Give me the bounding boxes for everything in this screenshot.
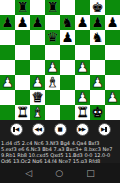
skip-to-end-button[interactable]: ▶ [98, 123, 111, 136]
black-pawn: ♟ [106, 15, 118, 30]
white-bishop: ♝ [31, 105, 43, 120]
square-a6[interactable] [0, 30, 15, 45]
square-g6[interactable]: ♞ [90, 30, 105, 45]
skip-to-end-icon: ▶ [101, 127, 106, 133]
white-bishop: ♝ [46, 75, 58, 90]
white-rook: ♜ [76, 105, 88, 120]
black-pawn: ♟ [76, 15, 88, 30]
white-queen: ♛ [31, 90, 43, 105]
square-h6[interactable] [105, 30, 120, 45]
square-d6[interactable]: ♛ [45, 30, 60, 45]
playback-controls: ◀ ◀◀ ■ ▶▶ ▶ [0, 120, 120, 138]
square-h1[interactable] [105, 105, 120, 120]
square-c5[interactable] [30, 45, 45, 60]
white-rook: ♜ [16, 105, 28, 120]
move-list: 1.d4 d5 2.c4 Nc6 3.Nf3 Bg4 4.Qa4 Bxf3 5.… [0, 138, 120, 164]
square-a1[interactable] [0, 105, 15, 120]
square-b6[interactable] [15, 30, 30, 45]
white-pawn: ♟ [31, 75, 43, 90]
white-pawn: ♟ [46, 60, 58, 75]
square-b1[interactable]: ♜ [15, 105, 30, 120]
square-b5[interactable] [15, 45, 30, 60]
chess-board: ♜♜♚♟♟♟♞♟♟♟♛♟♞♟♟♟♟♝♟♛♟♟♜♝♜♚ [0, 0, 120, 120]
android-navbar: ◁ ○ □ [0, 163, 120, 183]
rewind-icon: ◀◀ [35, 127, 41, 133]
chess-app-screen: ♜♜♚♟♟♟♞♟♟♟♛♟♞♟♟♟♟♝♟♛♟♟♜♝♜♚ ◀ ◀◀ ■ ▶▶ ▶ 1… [0, 0, 120, 183]
white-pawn: ♟ [91, 75, 103, 90]
fast-forward-icon: ▶▶ [79, 127, 85, 133]
square-e3[interactable] [60, 75, 75, 90]
black-rook: ♜ [16, 0, 28, 15]
square-e5[interactable] [60, 45, 75, 60]
square-f1[interactable]: ♜ [75, 105, 90, 120]
recent-apps-icon[interactable]: □ [86, 169, 95, 178]
square-f4[interactable]: ♟ [75, 60, 90, 75]
square-c6[interactable] [30, 30, 45, 45]
square-e4[interactable] [60, 60, 75, 75]
white-pawn: ♟ [1, 75, 13, 90]
black-knight: ♞ [91, 30, 103, 45]
black-pawn: ♟ [91, 15, 103, 30]
white-pawn: ♟ [76, 90, 88, 105]
step-forward-button[interactable]: ▶▶ [76, 123, 89, 136]
square-a2[interactable] [0, 90, 15, 105]
square-d3[interactable]: ♝ [45, 75, 60, 90]
square-b4[interactable] [15, 60, 30, 75]
square-f7[interactable]: ♟ [75, 15, 90, 30]
black-pawn: ♟ [61, 30, 73, 45]
square-h4[interactable] [105, 60, 120, 75]
square-e2[interactable] [60, 90, 75, 105]
black-pawn: ♟ [1, 15, 13, 30]
square-h2[interactable]: ♟ [105, 90, 120, 105]
square-g3[interactable]: ♟ [90, 75, 105, 90]
square-d2[interactable] [45, 90, 60, 105]
black-queen: ♛ [46, 30, 58, 45]
square-c7[interactable]: ♟ [30, 15, 45, 30]
square-d8[interactable]: ♜ [45, 0, 60, 15]
black-king: ♚ [91, 0, 103, 15]
white-pawn: ♟ [76, 60, 88, 75]
square-g5[interactable] [90, 45, 105, 60]
skip-to-start-icon: ◀ [13, 127, 18, 133]
square-e6[interactable]: ♟ [60, 30, 75, 45]
square-c1[interactable]: ♝ [30, 105, 45, 120]
square-g1[interactable]: ♚ [90, 105, 105, 120]
black-rook: ♜ [46, 0, 58, 15]
square-b7[interactable]: ♟ [15, 15, 30, 30]
square-h7[interactable]: ♟ [105, 15, 120, 30]
square-a5[interactable] [0, 45, 15, 60]
stop-icon: ■ [58, 127, 62, 133]
black-pawn: ♟ [16, 15, 28, 30]
black-pawn: ♟ [31, 15, 43, 30]
white-pawn: ♟ [106, 90, 118, 105]
square-h5[interactable] [105, 45, 120, 60]
white-king: ♚ [91, 105, 103, 120]
skip-to-start-button[interactable]: ◀ [10, 123, 23, 136]
square-a3[interactable]: ♟ [0, 75, 15, 90]
square-d1[interactable] [45, 105, 60, 120]
black-knight: ♞ [61, 15, 73, 30]
home-icon[interactable]: ○ [55, 169, 63, 178]
square-f6[interactable] [75, 30, 90, 45]
square-e1[interactable] [60, 105, 75, 120]
stop-button[interactable]: ■ [54, 123, 67, 136]
back-icon[interactable]: ◁ [25, 169, 32, 178]
step-back-button[interactable]: ◀◀ [32, 123, 45, 136]
square-b3[interactable] [15, 75, 30, 90]
square-a7[interactable]: ♟ [0, 15, 15, 30]
